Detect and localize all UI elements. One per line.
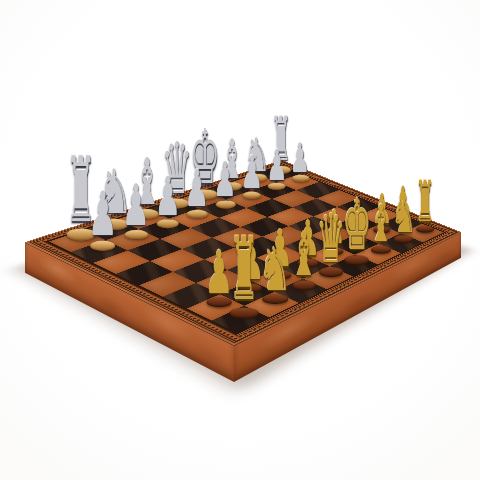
white-queen-glyph: ♛: [317, 205, 346, 273]
piece-black-queen-d8: ♛: [155, 154, 199, 208]
piece-white-pawn-h2: ♟: [389, 189, 417, 224]
white-pawn-glyph: ♟: [394, 182, 413, 221]
piece-wood-base: [230, 307, 258, 318]
piece-wood-base: [373, 227, 390, 234]
piece-black-pawn-b7: ♟: [116, 189, 157, 240]
black-pawn-glyph: ♟: [88, 185, 118, 246]
white-pawn-glyph: ♟: [371, 189, 391, 230]
piece-wood-base: [239, 283, 262, 292]
piece-black-pawn-e7: ♟: [208, 166, 242, 209]
black-knight-glyph: ♞: [244, 132, 271, 178]
piece-white-pawn-c2: ♟: [261, 233, 298, 279]
black-king-glyph: ♚: [190, 120, 220, 195]
piece-wood-base: [262, 294, 287, 304]
piece-white-knight-b1: ♞: [253, 250, 297, 304]
piece-white-king-e1: ♚: [336, 214, 377, 265]
piece-wood-base: [298, 259, 318, 267]
piece-black-pawn-g7: ♟: [261, 152, 292, 190]
piece-wood-base: [345, 256, 369, 266]
piece-wood-base: [192, 189, 217, 199]
white-pawn-glyph: ♟: [205, 243, 234, 302]
piece-white-pawn-b2: ♟: [231, 243, 271, 292]
piece-wood-base: [394, 236, 413, 244]
black-rook-glyph: ♜: [66, 146, 96, 236]
piece-white-pawn-e2: ♟: [317, 214, 350, 255]
piece-wood-base: [292, 281, 316, 291]
piece-white-pawn-d2: ♟: [290, 223, 325, 267]
black-queen-glyph: ♛: [161, 133, 192, 204]
piece-wood-base: [157, 219, 179, 228]
piece-wood-base: [215, 200, 235, 208]
piece-wood-base: [324, 248, 343, 256]
piece-wood-base: [124, 230, 148, 240]
white-knight-glyph: ♞: [391, 196, 416, 240]
piece-wood-base: [269, 271, 291, 280]
black-pawn-glyph: ♟: [155, 170, 181, 224]
piece-white-rook-h1: ♜: [409, 193, 441, 232]
white-rook-glyph: ♜: [416, 173, 435, 230]
white-bishop-glyph: ♝: [290, 224, 318, 286]
piece-black-pawn-d7: ♟: [179, 173, 215, 218]
chess-set-photo: ♜♞♝♛♚♝♞♜♟♟♟♟♟♟♟♟♟♟♟♟♟♟♟♟♜♞♝♛♚♝♞♜: [0, 0, 480, 480]
piece-wood-base: [90, 241, 115, 251]
white-king-glyph: ♚: [342, 190, 371, 261]
black-rook-glyph: ♜: [271, 110, 291, 170]
white-rook-glyph: ♜: [229, 227, 258, 314]
pieces-layer: ♜♞♝♛♚♝♞♜♟♟♟♟♟♟♟♟♟♟♟♟♟♟♟♟♜♞♝♛♚♝♞♜: [0, 0, 480, 480]
white-bishop-glyph: ♝: [369, 199, 392, 250]
black-pawn-glyph: ♟: [291, 138, 311, 179]
piece-wood-base: [164, 198, 190, 208]
piece-white-bishop-c1: ♝: [284, 240, 325, 291]
piece-wood-base: [395, 217, 411, 224]
white-pawn-glyph: ♟: [237, 233, 264, 289]
white-pawn-glyph: ♟: [323, 205, 346, 251]
black-pawn-glyph: ♟: [214, 156, 237, 204]
piece-wood-base: [221, 182, 242, 190]
piece-wood-base: [319, 268, 343, 278]
piece-wood-base: [349, 237, 367, 244]
piece-white-queen-d1: ♛: [310, 226, 352, 278]
black-pawn-glyph: ♟: [122, 178, 150, 235]
piece-white-pawn-a2: ♟: [198, 254, 241, 307]
piece-black-pawn-h7: ♟: [286, 146, 315, 182]
piece-black-rook-a8: ♜: [56, 178, 107, 241]
piece-wood-base: [134, 209, 159, 219]
piece-white-pawn-g2: ♟: [367, 197, 397, 234]
piece-black-bishop-c8: ♝: [125, 166, 168, 219]
white-pawn-glyph: ♟: [267, 223, 292, 275]
white-knight-glyph: ♞: [258, 240, 292, 299]
piece-black-rook-h8: ♜: [264, 132, 298, 174]
piece-black-knight-b8: ♞: [92, 173, 137, 229]
piece-wood-base: [247, 174, 267, 182]
piece-black-king-e8: ♚: [183, 146, 226, 200]
piece-black-bishop-f8: ♝: [214, 146, 250, 191]
piece-white-bishop-f1: ♝: [364, 212, 398, 254]
piece-wood-base: [292, 175, 309, 182]
piece-wood-base: [207, 297, 232, 307]
piece-black-knight-g8: ♞: [240, 140, 274, 182]
piece-wood-base: [242, 191, 261, 199]
piece-white-rook-a1: ♜: [220, 258, 269, 318]
piece-wood-base: [102, 219, 128, 230]
black-bishop-glyph: ♝: [132, 150, 161, 214]
black-pawn-glyph: ♟: [241, 150, 263, 195]
piece-black-pawn-c7: ♟: [148, 181, 187, 229]
black-pawn-glyph: ♟: [185, 163, 210, 214]
piece-wood-base: [416, 225, 434, 232]
piece-white-knight-g1: ♞: [388, 203, 420, 243]
piece-wood-base: [66, 229, 95, 241]
piece-wood-base: [268, 183, 286, 190]
piece-wood-base: [371, 246, 391, 254]
piece-white-pawn-f2: ♟: [343, 206, 374, 245]
white-pawn-glyph: ♟: [348, 197, 369, 241]
piece-black-pawn-f7: ♟: [236, 159, 269, 199]
black-pawn-glyph: ♟: [266, 144, 287, 187]
piece-black-pawn-a7: ♟: [81, 197, 125, 251]
piece-wood-base: [187, 209, 208, 218]
piece-wood-base: [271, 166, 291, 174]
black-bishop-glyph: ♝: [219, 132, 244, 186]
white-pawn-glyph: ♟: [296, 214, 320, 263]
black-knight-glyph: ♞: [97, 162, 132, 224]
